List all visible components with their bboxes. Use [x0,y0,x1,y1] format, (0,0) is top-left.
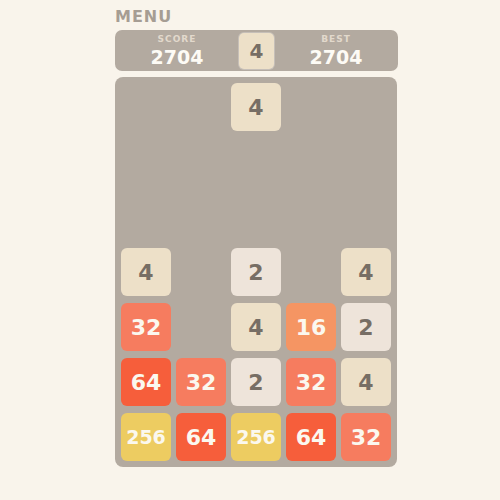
empty-cell [286,83,336,131]
game-board[interactable]: 442432416264322324256642566432 [115,77,397,467]
tile-2: 2 [231,358,281,406]
empty-cell [286,138,336,186]
empty-cell [341,83,391,131]
empty-cell [176,303,226,351]
tile-32: 32 [121,303,171,351]
empty-cell [286,248,336,296]
tile-4: 4 [121,248,171,296]
score-label: SCORE [158,35,197,44]
empty-cell [176,193,226,241]
tile-4: 4 [231,83,281,131]
tile-16: 16 [286,303,336,351]
tile-4: 4 [341,248,391,296]
empty-cell [231,193,281,241]
empty-cell [121,83,171,131]
score-value: 2704 [151,48,204,67]
game-screen: MENU SCORE 2704 4 BEST 2704 442432416264… [0,0,500,500]
tile-64: 64 [121,358,171,406]
tile-32: 32 [286,358,336,406]
empty-cell [341,193,391,241]
tile-2: 2 [231,248,281,296]
best-label: BEST [321,35,351,44]
tile-32: 32 [176,358,226,406]
empty-cell [341,138,391,186]
next-tile-preview: 4 [239,33,274,69]
empty-cell [121,193,171,241]
best-box: BEST 2704 [274,35,398,67]
tile-256: 256 [121,413,171,461]
empty-cell [286,193,336,241]
tile-2: 2 [341,303,391,351]
tile-64: 64 [286,413,336,461]
empty-cell [176,83,226,131]
tile-4: 4 [341,358,391,406]
tile-4: 4 [231,303,281,351]
empty-cell [176,138,226,186]
tile-32: 32 [341,413,391,461]
score-bar: SCORE 2704 4 BEST 2704 [115,30,398,71]
tile-256: 256 [231,413,281,461]
empty-cell [121,138,171,186]
empty-cell [176,248,226,296]
best-value: 2704 [310,48,363,67]
menu-button[interactable]: MENU [115,7,172,26]
empty-cell [231,138,281,186]
tile-64: 64 [176,413,226,461]
score-box: SCORE 2704 [115,35,239,67]
